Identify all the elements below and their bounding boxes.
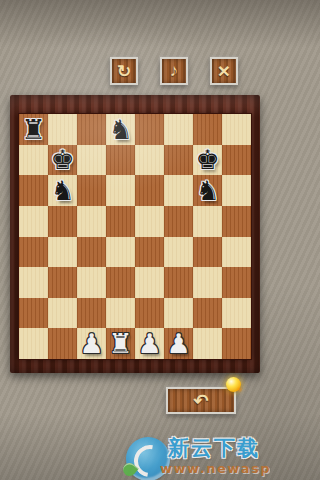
square-d2[interactable] [106,298,135,329]
piece-black-rook[interactable]: ♜ [19,114,48,145]
piece-black-knight[interactable]: ♞ [193,175,222,206]
watermark-site-name: 新云下载 [168,434,260,462]
square-g8[interactable] [193,114,222,145]
restart-button[interactable]: ↻ [110,57,138,85]
square-g5[interactable] [193,206,222,237]
piece-black-king[interactable]: ♚ [48,145,77,176]
square-f2[interactable] [164,298,193,329]
square-d3[interactable] [106,267,135,298]
square-b2[interactable] [48,298,77,329]
square-e6[interactable] [135,175,164,206]
square-f1[interactable]: ♟ [164,328,193,359]
square-a3[interactable] [19,267,48,298]
chess-board[interactable]: ♜♞♚♚♞♞♟♜♟♟ [19,114,251,359]
piece-white-pawn[interactable]: ♟ [164,328,193,359]
undo-button[interactable]: ↶ [166,387,236,414]
square-b4[interactable] [48,237,77,268]
board-frame: ♜♞♚♚♞♞♟♜♟♟ [10,95,260,373]
square-g2[interactable] [193,298,222,329]
square-c3[interactable] [77,267,106,298]
square-c2[interactable] [77,298,106,329]
square-g3[interactable] [193,267,222,298]
square-h7[interactable] [222,145,251,176]
square-g6[interactable]: ♞ [193,175,222,206]
close-icon: × [218,59,230,83]
square-d1[interactable]: ♜ [106,328,135,359]
square-h5[interactable] [222,206,251,237]
piece-black-king[interactable]: ♚ [193,145,222,176]
square-b6[interactable]: ♞ [48,175,77,206]
square-b8[interactable] [48,114,77,145]
square-g1[interactable] [193,328,222,359]
square-f5[interactable] [164,206,193,237]
square-g4[interactable] [193,237,222,268]
piece-white-pawn[interactable]: ♟ [135,328,164,359]
square-a7[interactable] [19,145,48,176]
square-b3[interactable] [48,267,77,298]
square-f7[interactable] [164,145,193,176]
refresh-icon: ↻ [117,61,131,82]
square-a2[interactable] [19,298,48,329]
square-f3[interactable] [164,267,193,298]
square-f8[interactable] [164,114,193,145]
square-e7[interactable] [135,145,164,176]
square-h4[interactable] [222,237,251,268]
hint-ball-icon[interactable] [226,377,241,392]
square-h1[interactable] [222,328,251,359]
square-c4[interactable] [77,237,106,268]
sound-button[interactable]: ♪ [160,57,188,85]
square-b5[interactable] [48,206,77,237]
square-a8[interactable]: ♜ [19,114,48,145]
square-h2[interactable] [222,298,251,329]
square-d4[interactable] [106,237,135,268]
square-a5[interactable] [19,206,48,237]
piece-black-knight[interactable]: ♞ [48,175,77,206]
square-e4[interactable] [135,237,164,268]
square-e5[interactable] [135,206,164,237]
square-e3[interactable] [135,267,164,298]
square-e1[interactable]: ♟ [135,328,164,359]
piece-white-pawn[interactable]: ♟ [77,328,106,359]
square-e2[interactable] [135,298,164,329]
square-d5[interactable] [106,206,135,237]
square-c7[interactable] [77,145,106,176]
square-h6[interactable] [222,175,251,206]
watermark: 新云下载 www.newasp.net [126,431,270,480]
square-a1[interactable] [19,328,48,359]
square-d8[interactable]: ♞ [106,114,135,145]
piece-black-knight[interactable]: ♞ [106,114,135,145]
square-b1[interactable] [48,328,77,359]
square-d7[interactable] [106,145,135,176]
square-f4[interactable] [164,237,193,268]
square-b7[interactable]: ♚ [48,145,77,176]
square-e8[interactable] [135,114,164,145]
watermark-site-url: www.newasp.net [160,461,270,476]
close-button[interactable]: × [210,57,238,85]
square-f6[interactable] [164,175,193,206]
square-h8[interactable] [222,114,251,145]
square-d6[interactable] [106,175,135,206]
piece-white-rook[interactable]: ♜ [106,328,135,359]
music-note-icon: ♪ [170,61,179,81]
square-c5[interactable] [77,206,106,237]
square-c1[interactable]: ♟ [77,328,106,359]
square-a6[interactable] [19,175,48,206]
square-a4[interactable] [19,237,48,268]
square-c6[interactable] [77,175,106,206]
undo-arrow-icon: ↶ [193,390,208,412]
square-g7[interactable]: ♚ [193,145,222,176]
square-h3[interactable] [222,267,251,298]
square-c8[interactable] [77,114,106,145]
